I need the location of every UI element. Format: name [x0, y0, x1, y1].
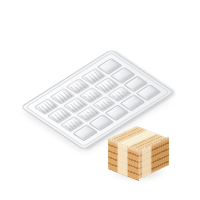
product-photo-stage	[0, 0, 200, 200]
